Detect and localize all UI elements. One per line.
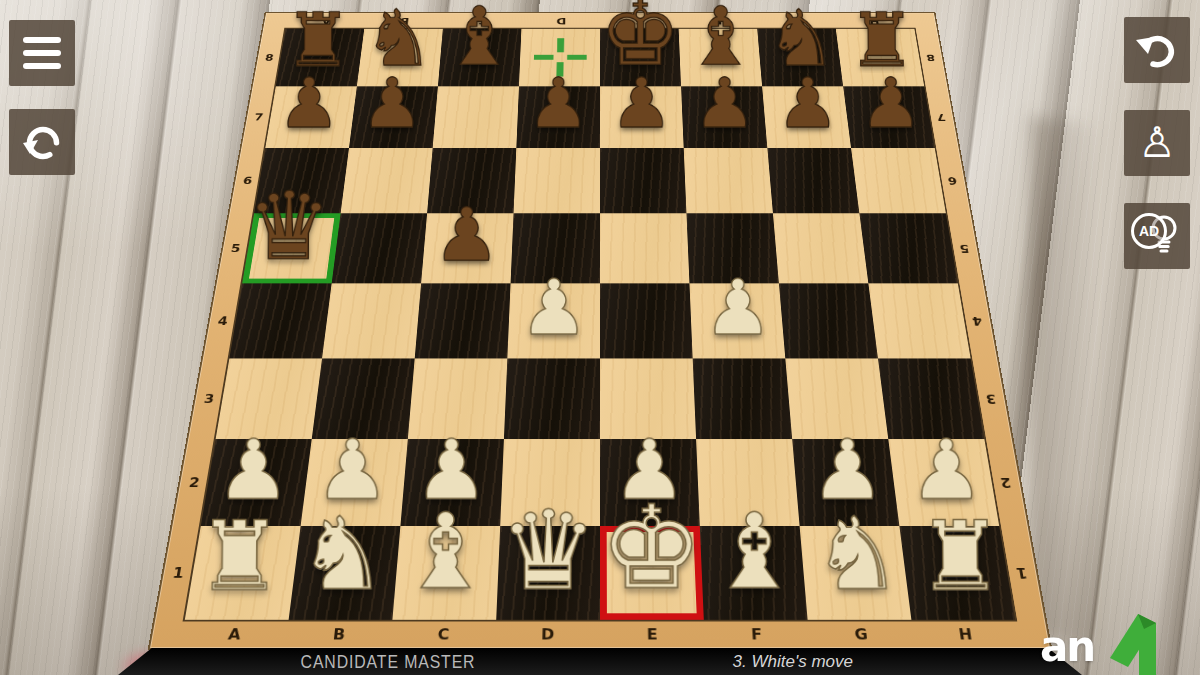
square-a2[interactable] xyxy=(201,439,312,526)
square-d8[interactable] xyxy=(519,29,600,87)
square-c7[interactable] xyxy=(433,86,519,147)
square-f5[interactable] xyxy=(686,213,778,283)
square-a3[interactable] xyxy=(216,358,322,439)
square-d3[interactable] xyxy=(504,358,600,439)
file-label-top-F: F xyxy=(713,16,722,26)
square-h2[interactable] xyxy=(888,439,999,526)
square-g5[interactable] xyxy=(773,213,868,283)
rank-label-right-7: 7 xyxy=(936,111,947,122)
move-to-highlight xyxy=(242,213,340,283)
menu-button[interactable] xyxy=(9,20,75,86)
square-g2[interactable] xyxy=(792,439,899,526)
file-label-bottom-E: E xyxy=(647,625,658,643)
square-e3[interactable] xyxy=(600,358,696,439)
undo-button[interactable] xyxy=(1124,17,1190,83)
rank-label-left-5: 5 xyxy=(230,241,242,254)
square-f4[interactable] xyxy=(689,283,785,358)
square-c5[interactable] xyxy=(421,213,513,283)
square-f8[interactable] xyxy=(679,29,763,87)
an1-watermark: an xyxy=(1040,614,1170,672)
rank-label-right-8: 8 xyxy=(925,52,935,62)
piece-style-button[interactable]: ♙ xyxy=(1124,110,1190,176)
square-a7[interactable] xyxy=(265,86,357,147)
board-side-shadow xyxy=(1030,116,1100,643)
square-c2[interactable] xyxy=(400,439,504,526)
square-e5[interactable] xyxy=(600,213,689,283)
square-d2[interactable] xyxy=(500,439,600,526)
rank-label-right-4: 4 xyxy=(971,314,983,328)
square-g1[interactable] xyxy=(800,526,912,620)
file-label-bottom-H: H xyxy=(957,625,973,643)
file-label-top-A: A xyxy=(321,16,332,26)
rank-label-left-2: 2 xyxy=(188,474,201,490)
square-h4[interactable] xyxy=(868,283,970,358)
square-f2[interactable] xyxy=(696,439,800,526)
square-h1[interactable] xyxy=(899,526,1015,620)
rank-label-right-5: 5 xyxy=(959,241,971,254)
square-f1[interactable] xyxy=(700,526,808,620)
square-g4[interactable] xyxy=(779,283,878,358)
square-e8[interactable] xyxy=(600,29,681,87)
square-c6[interactable] xyxy=(427,148,516,214)
player-title: CANDIDATE MASTER xyxy=(300,651,475,672)
file-label-bottom-A: A xyxy=(227,625,242,643)
file-label-top-E: E xyxy=(635,16,643,26)
rank-label-left-1: 1 xyxy=(172,564,186,581)
file-label-bottom-D: D xyxy=(541,625,555,643)
ad-badge: AD xyxy=(1131,213,1167,249)
square-g6[interactable] xyxy=(767,148,859,214)
square-g7[interactable] xyxy=(762,86,851,147)
square-b7[interactable] xyxy=(349,86,438,147)
square-e7[interactable] xyxy=(600,86,684,147)
move-from-cross-icon xyxy=(531,37,589,79)
square-d1[interactable] xyxy=(496,526,600,620)
an1-green-one-icon xyxy=(1102,606,1164,675)
file-label-top-H: H xyxy=(868,16,879,26)
rank-label-left-7: 7 xyxy=(254,111,265,122)
file-label-top-B: B xyxy=(399,16,409,26)
restart-button[interactable] xyxy=(9,109,75,175)
rank-label-right-2: 2 xyxy=(999,474,1012,490)
square-a8[interactable] xyxy=(276,29,364,87)
square-e6[interactable] xyxy=(600,148,686,214)
file-label-bottom-B: B xyxy=(332,625,346,643)
file-label-bottom-G: G xyxy=(854,625,869,643)
check-highlight xyxy=(600,526,704,620)
hint-ad-button[interactable]: AD xyxy=(1124,203,1190,269)
file-label-top-G: G xyxy=(790,16,801,26)
square-b4[interactable] xyxy=(322,283,421,358)
square-g8[interactable] xyxy=(757,29,843,87)
undo-arrow-icon xyxy=(1132,25,1182,75)
restart-circular-arrow-icon xyxy=(18,118,66,166)
rank-label-right-6: 6 xyxy=(947,174,958,186)
square-h6[interactable] xyxy=(851,148,946,214)
square-b5[interactable] xyxy=(332,213,427,283)
square-d7[interactable] xyxy=(516,86,600,147)
square-a4[interactable] xyxy=(229,283,331,358)
square-h3[interactable] xyxy=(878,358,984,439)
square-e1[interactable] xyxy=(600,526,704,620)
square-a5[interactable] xyxy=(242,213,340,283)
square-h7[interactable] xyxy=(843,86,935,147)
rank-label-left-3: 3 xyxy=(203,391,216,406)
square-a6[interactable] xyxy=(254,148,349,214)
square-f6[interactable] xyxy=(684,148,773,214)
square-d5[interactable] xyxy=(511,213,600,283)
square-g3[interactable] xyxy=(785,358,888,439)
rank-label-right-3: 3 xyxy=(985,391,998,406)
square-e2[interactable] xyxy=(600,439,700,526)
square-b8[interactable] xyxy=(357,29,443,87)
chess-board[interactable]: ♜♞♝♚♝♞♜♟♟♟♟♟♟♟♛♟♟♟♟♟♟♟♟♟♜♞♝♛♚♝♞♜ 88AA77B… xyxy=(150,13,1050,648)
square-d4[interactable] xyxy=(507,283,600,358)
square-c1[interactable] xyxy=(392,526,500,620)
square-h8[interactable] xyxy=(836,29,924,87)
file-label-bottom-F: F xyxy=(751,625,763,643)
rank-label-left-8: 8 xyxy=(264,52,274,62)
hamburger-icon xyxy=(23,37,61,69)
square-f3[interactable] xyxy=(693,358,793,439)
square-c8[interactable] xyxy=(438,29,522,87)
an1-text: an xyxy=(1040,626,1094,668)
move-indicator: 3. White's move xyxy=(733,652,853,672)
square-h5[interactable] xyxy=(859,213,957,283)
pawn-outline-icon: ♙ xyxy=(1138,122,1176,164)
square-a1[interactable] xyxy=(185,526,301,620)
board-squares[interactable] xyxy=(185,29,1015,620)
file-label-top-D: D xyxy=(556,16,566,26)
square-b2[interactable] xyxy=(301,439,408,526)
file-label-bottom-C: C xyxy=(437,625,450,643)
square-b6[interactable] xyxy=(341,148,433,214)
file-label-top-C: C xyxy=(478,16,487,26)
rank-label-right-1: 1 xyxy=(1015,564,1029,581)
square-c4[interactable] xyxy=(415,283,511,358)
square-e4[interactable] xyxy=(600,283,693,358)
rank-label-left-4: 4 xyxy=(217,314,229,328)
square-b3[interactable] xyxy=(312,358,415,439)
square-d6[interactable] xyxy=(514,148,600,214)
square-b1[interactable] xyxy=(289,526,401,620)
board-front-face: CANDIDATE MASTER 3. White's move xyxy=(118,648,1082,675)
square-c3[interactable] xyxy=(408,358,508,439)
square-f7[interactable] xyxy=(681,86,767,147)
